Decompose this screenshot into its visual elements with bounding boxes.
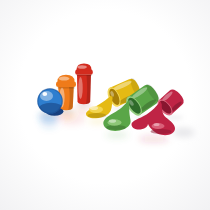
photo-canvas [0, 0, 210, 210]
red-pot-highlight [78, 77, 82, 99]
green-reflection [106, 132, 128, 138]
yellow-puddle-edge-shade [88, 113, 107, 118]
crimson-pot-shadow [165, 116, 183, 120]
orange-pot-lid-gloss [59, 77, 70, 81]
red-paint-pot [75, 64, 93, 105]
red-pot-lid-gloss [77, 65, 87, 69]
red-pot-rim-shadow [77, 75, 93, 77]
crimson-puddle-edge-shade [151, 129, 172, 134]
gray-puddle-reflection [173, 128, 195, 138]
blue-pot-specular-spot [42, 92, 47, 96]
green-puddle-edge-shade [106, 125, 126, 130]
crimson-reflection [139, 135, 169, 142]
green-puddle-highlight [109, 119, 116, 123]
pink-reflection-wash [58, 113, 86, 126]
blue-reflection-fade [40, 117, 58, 129]
crimson-puddle-highlight [154, 123, 160, 126]
orange-pot-rim-shadow [58, 87, 76, 89]
paint-pots-photo [0, 0, 210, 210]
yellow-puddle-highlight [90, 106, 98, 110]
